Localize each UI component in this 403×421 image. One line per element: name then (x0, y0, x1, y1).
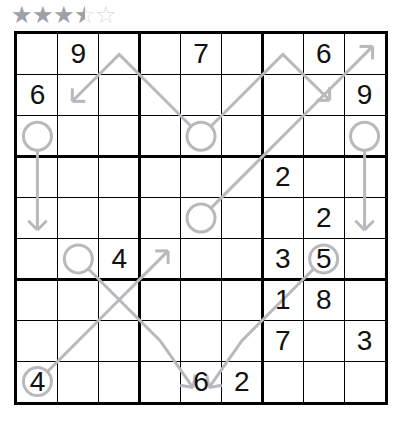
cell-r7c1[interactable] (17, 279, 58, 320)
cell-r5c8[interactable]: 2 (303, 198, 344, 239)
cell-r2c1[interactable]: 6 (17, 75, 58, 116)
star-icon: ☆★ (74, 3, 95, 27)
cell-r8c3[interactable] (99, 320, 140, 361)
cell-r3c6[interactable] (221, 116, 262, 157)
cell-r4c6[interactable] (221, 157, 262, 198)
cell-r7c4[interactable] (140, 279, 181, 320)
cell-r5c2[interactable] (58, 198, 99, 239)
cell-r8c9[interactable]: 3 (344, 320, 385, 361)
cell-r8c2[interactable] (58, 320, 99, 361)
cell-r3c5[interactable] (181, 116, 222, 157)
cell-r6c7[interactable]: 3 (262, 238, 303, 279)
cell-r5c1[interactable] (17, 198, 58, 239)
cell-r2c6[interactable] (221, 75, 262, 116)
cell-r3c9[interactable] (344, 116, 385, 157)
cell-r4c4[interactable] (140, 157, 181, 198)
sudoku-board: 97669224351873462 (14, 31, 388, 405)
cell-r6c3[interactable]: 4 (99, 238, 140, 279)
cell-r9c9[interactable] (344, 361, 385, 402)
cell-r9c1[interactable]: 4 (17, 361, 58, 402)
cell-r9c2[interactable] (58, 361, 99, 402)
cell-r9c8[interactable] (303, 361, 344, 402)
cell-r7c2[interactable] (58, 279, 99, 320)
cell-r2c7[interactable] (262, 75, 303, 116)
cell-r5c9[interactable] (344, 198, 385, 239)
cell-r9c6[interactable]: 2 (221, 361, 262, 402)
cell-r3c4[interactable] (140, 116, 181, 157)
cell-r6c6[interactable] (221, 238, 262, 279)
cell-r2c9[interactable]: 9 (344, 75, 385, 116)
cell-r4c5[interactable] (181, 157, 222, 198)
cell-r2c4[interactable] (140, 75, 181, 116)
cell-r6c1[interactable] (17, 238, 58, 279)
cell-r6c4[interactable] (140, 238, 181, 279)
cell-r9c4[interactable] (140, 361, 181, 402)
cell-r5c6[interactable] (221, 198, 262, 239)
cell-r9c3[interactable] (99, 361, 140, 402)
cell-r4c1[interactable] (17, 157, 58, 198)
cell-r7c5[interactable] (181, 279, 222, 320)
cell-r4c2[interactable] (58, 157, 99, 198)
cell-r5c5[interactable] (181, 198, 222, 239)
cell-r6c5[interactable] (181, 238, 222, 279)
cell-r7c8[interactable]: 8 (303, 279, 344, 320)
cell-r8c7[interactable]: 7 (262, 320, 303, 361)
cell-r5c3[interactable] (99, 198, 140, 239)
cell-r8c4[interactable] (140, 320, 181, 361)
cell-r1c2[interactable]: 9 (58, 34, 99, 75)
star-icon: ☆ (95, 3, 116, 27)
cell-r5c7[interactable] (262, 198, 303, 239)
cell-r3c7[interactable] (262, 116, 303, 157)
cell-r1c8[interactable]: 6 (303, 34, 344, 75)
cell-r3c8[interactable] (303, 116, 344, 157)
cell-r8c5[interactable] (181, 320, 222, 361)
cell-r2c8[interactable] (303, 75, 344, 116)
cell-r4c3[interactable] (99, 157, 140, 198)
cell-r1c6[interactable] (221, 34, 262, 75)
star-icon: ★ (32, 3, 53, 27)
cell-r1c5[interactable]: 7 (181, 34, 222, 75)
cell-r2c3[interactable] (99, 75, 140, 116)
star-icon: ★ (53, 3, 74, 27)
cell-r1c4[interactable] (140, 34, 181, 75)
cell-r9c7[interactable] (262, 361, 303, 402)
difficulty-rating: ★★★☆★☆ (11, 3, 116, 27)
cell-r7c6[interactable] (221, 279, 262, 320)
cell-r1c9[interactable] (344, 34, 385, 75)
cell-r2c5[interactable] (181, 75, 222, 116)
cell-r4c9[interactable] (344, 157, 385, 198)
cell-r3c3[interactable] (99, 116, 140, 157)
cell-r9c5[interactable]: 6 (181, 361, 222, 402)
cell-r8c1[interactable] (17, 320, 58, 361)
cell-r3c2[interactable] (58, 116, 99, 157)
cell-r2c2[interactable] (58, 75, 99, 116)
cell-r6c2[interactable] (58, 238, 99, 279)
cell-r7c7[interactable]: 1 (262, 279, 303, 320)
cell-r8c6[interactable] (221, 320, 262, 361)
cell-r3c1[interactable] (17, 116, 58, 157)
sudoku-cells: 97669224351873462 (17, 34, 385, 402)
puzzle-page: ★★★☆★☆ 97669224351873462 (0, 0, 403, 421)
cell-r1c7[interactable] (262, 34, 303, 75)
cell-r7c3[interactable] (99, 279, 140, 320)
cell-r6c8[interactable]: 5 (303, 238, 344, 279)
cell-r1c1[interactable] (17, 34, 58, 75)
cell-r6c9[interactable] (344, 238, 385, 279)
cell-r1c3[interactable] (99, 34, 140, 75)
cell-r8c8[interactable] (303, 320, 344, 361)
cell-r7c9[interactable] (344, 279, 385, 320)
cell-r4c7[interactable]: 2 (262, 157, 303, 198)
cell-r5c4[interactable] (140, 198, 181, 239)
star-icon: ★ (11, 3, 32, 27)
cell-r4c8[interactable] (303, 157, 344, 198)
